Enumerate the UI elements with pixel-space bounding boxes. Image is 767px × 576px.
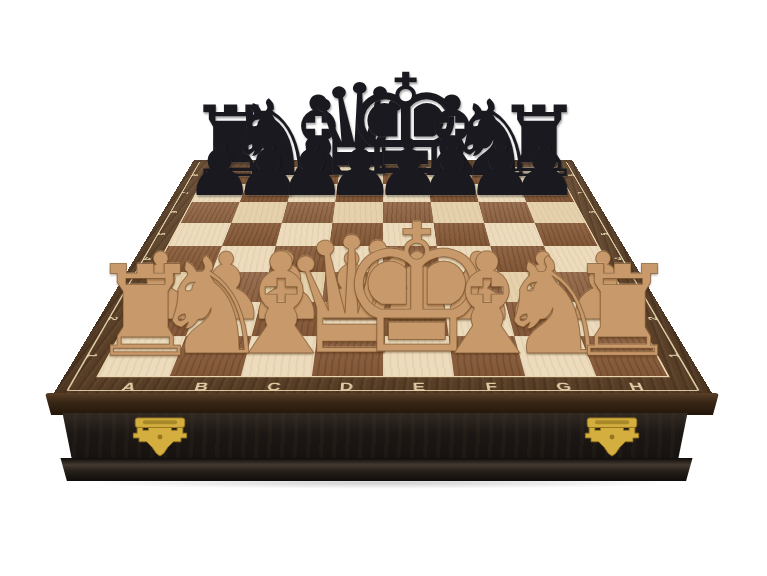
white-rook-h1[interactable]: ♜ bbox=[567, 249, 679, 374]
black-pawn-h7[interactable]: ♟ bbox=[509, 128, 579, 206]
chess-set-photo: ABCDEFGH 12345678 12345678 ♜♞♝♛♚♝♞♜♟♟♟♟♟… bbox=[0, 0, 767, 576]
pieces-layer: ♜♞♝♛♚♝♞♜♟♟♟♟♟♟♟♟♟♟♟♟♟♟♟♟♜♞♝♛♚♝♞♜ bbox=[0, 0, 767, 576]
